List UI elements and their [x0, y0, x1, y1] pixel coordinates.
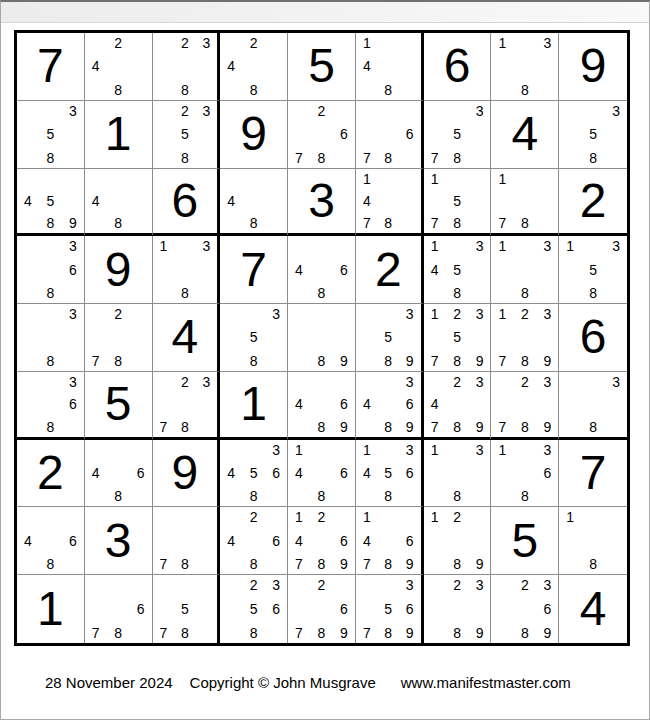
- cell-r8c6[interactable]: 146789: [356, 507, 424, 575]
- candidate-6: [534, 191, 552, 211]
- candidate-6: [466, 463, 484, 483]
- cell-r2c8[interactable]: 4: [491, 101, 559, 169]
- cell-r7c2[interactable]: 468: [85, 440, 153, 508]
- cell-r2c3[interactable]: 2358: [153, 101, 221, 169]
- candidate-6: 6: [330, 463, 348, 483]
- candidate-1: [227, 307, 245, 327]
- cell-r5c2[interactable]: 278: [85, 304, 153, 372]
- candidate-8: 8: [245, 211, 263, 231]
- candidate-3: [397, 172, 414, 192]
- candidate-7: [160, 280, 177, 300]
- candidate-1: 1: [431, 239, 449, 259]
- candidate-7: [24, 551, 42, 571]
- candidate-3: 3: [466, 443, 484, 463]
- candidate-3: 3: [397, 578, 414, 599]
- candidate-3: 3: [602, 239, 620, 259]
- candidate-1: 1: [498, 443, 516, 463]
- candidate-3: 3: [534, 578, 552, 599]
- cell-r9c4[interactable]: 23568: [220, 575, 288, 643]
- candidate-8: 8: [448, 414, 466, 434]
- candidate-8: 8: [584, 280, 602, 300]
- candidate-9: 9: [330, 348, 348, 368]
- candidate-1: [92, 172, 110, 192]
- candidate-5: [42, 394, 60, 414]
- candidate-5: [245, 191, 263, 211]
- cell-r6c7[interactable]: 234789: [424, 372, 492, 440]
- candidate-3: [330, 578, 348, 599]
- candidate-8: 8: [176, 77, 193, 97]
- candidate-7: [566, 551, 584, 571]
- cell-r6c1[interactable]: 368: [17, 372, 85, 440]
- candidate-8: 8: [245, 348, 263, 368]
- candidate-3: 3: [59, 307, 77, 327]
- candidate-5: [516, 327, 534, 347]
- cell-r7c8[interactable]: 1368: [491, 440, 559, 508]
- candidate-3: [193, 578, 210, 599]
- candidate-2: [313, 239, 331, 259]
- cell-r7c1[interactable]: 2: [17, 440, 85, 508]
- candidate-6: [466, 260, 484, 280]
- cell-r4c5[interactable]: 468: [288, 236, 356, 304]
- candidate-4: [227, 599, 245, 620]
- cell-r4c6[interactable]: 2: [356, 236, 424, 304]
- candidate-9: [59, 280, 77, 300]
- cell-r2c9[interactable]: 358: [559, 101, 627, 169]
- candidate-3: 3: [466, 375, 484, 395]
- candidate-5: 5: [176, 124, 193, 144]
- candidate-8: 8: [380, 551, 397, 571]
- candidate-6: 6: [397, 394, 414, 414]
- cell-r6c6[interactable]: 34689: [356, 372, 424, 440]
- candidate-5: [109, 56, 127, 76]
- cell-r3c9[interactable]: 2: [559, 169, 627, 237]
- candidate-9: [263, 619, 281, 640]
- candidate-9: [127, 348, 145, 368]
- candidate-8: 8: [176, 551, 193, 571]
- candidate-7: 7: [431, 144, 449, 164]
- candidate-6: 6: [263, 531, 281, 551]
- candidate-9: [534, 483, 552, 503]
- candidate-7: 7: [92, 348, 110, 368]
- candidate-5: [313, 124, 331, 144]
- candidate-1: [227, 36, 245, 56]
- candidate-1: [295, 104, 313, 124]
- candidate-3: [466, 510, 484, 530]
- candidate-8: 8: [380, 77, 397, 97]
- candidate-4: [498, 191, 516, 211]
- cell-r9c1[interactable]: 1: [17, 575, 85, 643]
- cell-r7c5[interactable]: 1468: [288, 440, 356, 508]
- cell-r3c6[interactable]: 1478: [356, 169, 424, 237]
- candidate-1: [227, 443, 245, 463]
- candidate-1: 1: [160, 239, 177, 259]
- cell-r4c4[interactable]: 7: [220, 236, 288, 304]
- cell-r1c8[interactable]: 138: [491, 33, 559, 101]
- footer-copyright: Copyright © John Musgrave: [190, 674, 376, 691]
- candidate-5: 5: [584, 124, 602, 144]
- candidate-6: 6: [127, 463, 145, 483]
- candidate-8: 8: [313, 414, 331, 434]
- candidate-3: 3: [534, 307, 552, 327]
- candidate-1: [498, 578, 516, 599]
- candidate-3: [59, 510, 77, 530]
- cell-r5c5[interactable]: 89: [288, 304, 356, 372]
- cell-r3c3[interactable]: 6: [153, 169, 221, 237]
- candidate-1: [363, 104, 380, 124]
- candidate-4: 4: [92, 463, 110, 483]
- cell-r9c5[interactable]: 26789: [288, 575, 356, 643]
- candidate-6: 6: [330, 124, 348, 144]
- candidate-5: [176, 394, 193, 414]
- cell-r2c2[interactable]: 1: [85, 101, 153, 169]
- candidate-8: 8: [42, 348, 60, 368]
- cell-r6c8[interactable]: 23789: [491, 372, 559, 440]
- candidate-5: 5: [448, 260, 466, 280]
- candidate-8: 8: [313, 348, 331, 368]
- candidate-3: 3: [466, 239, 484, 259]
- candidate-2: [448, 172, 466, 192]
- cell-r9c6[interactable]: 356789: [356, 575, 424, 643]
- cell-r9c8[interactable]: 23689: [491, 575, 559, 643]
- candidate-6: 6: [59, 394, 77, 414]
- cell-r6c9[interactable]: 38: [559, 372, 627, 440]
- candidate-8: 8: [380, 414, 397, 434]
- candidate-7: [295, 280, 313, 300]
- candidate-9: [193, 551, 210, 571]
- candidate-9: [602, 414, 620, 434]
- candidate-4: [498, 260, 516, 280]
- candidate-9: [263, 211, 281, 231]
- candidate-2: 2: [109, 307, 127, 327]
- candidate-7: 7: [363, 551, 380, 571]
- cell-r3c2[interactable]: 48: [85, 169, 153, 237]
- candidate-7: [363, 348, 380, 368]
- candidate-3: 3: [602, 104, 620, 124]
- candidate-5: [313, 599, 331, 620]
- candidate-3: 3: [534, 36, 552, 56]
- candidate-7: [24, 414, 42, 434]
- candidate-1: [566, 375, 584, 395]
- candidate-8: 8: [448, 551, 466, 571]
- candidate-1: [566, 104, 584, 124]
- candidate-4: [498, 463, 516, 483]
- candidate-2: [516, 239, 534, 259]
- candidate-4: [160, 124, 177, 144]
- candidate-2: 2: [448, 307, 466, 327]
- candidate-6: [534, 394, 552, 414]
- candidate-5: [176, 531, 193, 551]
- candidate-2: 2: [109, 36, 127, 56]
- page-footer: 28 November 2024Copyright © John Musgrav…: [45, 674, 571, 691]
- candidate-1: [160, 36, 177, 56]
- cell-r8c2[interactable]: 3: [85, 507, 153, 575]
- cell-r8c7[interactable]: 1289: [424, 507, 492, 575]
- candidate-5: [109, 327, 127, 347]
- candidate-5: [313, 260, 331, 280]
- cell-r2c5[interactable]: 2678: [288, 101, 356, 169]
- candidate-3: 3: [193, 36, 210, 56]
- candidate-7: [24, 280, 42, 300]
- cell-r6c3[interactable]: 2378: [153, 372, 221, 440]
- candidate-3: [330, 443, 348, 463]
- candidate-5: 5: [245, 327, 263, 347]
- cell-r3c5[interactable]: 3: [288, 169, 356, 237]
- candidate-2: [448, 104, 466, 124]
- candidate-9: [59, 348, 77, 368]
- candidate-6: [263, 56, 281, 76]
- candidate-2: [313, 443, 331, 463]
- candidate-6: 6: [534, 599, 552, 620]
- candidate-4: [295, 599, 313, 620]
- cell-r7c3[interactable]: 9: [153, 440, 221, 508]
- candidate-8: 8: [516, 280, 534, 300]
- cell-r1c1[interactable]: 7: [17, 33, 85, 101]
- candidate-8: 8: [516, 483, 534, 503]
- candidate-9: [534, 77, 552, 97]
- candidate-3: 3: [397, 443, 414, 463]
- cell-r4c3[interactable]: 138: [153, 236, 221, 304]
- cell-r7c4[interactable]: 34568: [220, 440, 288, 508]
- cell-r4c1[interactable]: 368: [17, 236, 85, 304]
- candidate-4: [160, 531, 177, 551]
- candidate-2: [380, 510, 397, 530]
- candidate-1: 1: [498, 307, 516, 327]
- candidate-4: [566, 260, 584, 280]
- cell-r7c9[interactable]: 7: [559, 440, 627, 508]
- candidate-1: [227, 578, 245, 599]
- candidate-6: [466, 327, 484, 347]
- candidate-5: [313, 327, 331, 347]
- candidate-7: 7: [363, 144, 380, 164]
- cell-r5c7[interactable]: 1235789: [424, 304, 492, 372]
- candidate-9: [59, 551, 77, 571]
- candidate-4: 4: [363, 531, 380, 551]
- candidate-4: 4: [363, 394, 380, 414]
- candidate-6: 6: [330, 260, 348, 280]
- candidate-2: [448, 443, 466, 463]
- candidate-9: 9: [534, 348, 552, 368]
- candidate-5: 5: [448, 191, 466, 211]
- candidate-6: 6: [263, 463, 281, 483]
- candidate-2: 2: [516, 307, 534, 327]
- cell-r1c4[interactable]: 248: [220, 33, 288, 101]
- candidate-3: [263, 510, 281, 530]
- cell-r4c8[interactable]: 138: [491, 236, 559, 304]
- candidate-8: 8: [584, 144, 602, 164]
- candidate-3: 3: [534, 239, 552, 259]
- candidate-7: [92, 211, 110, 231]
- candidate-3: [330, 375, 348, 395]
- cell-r3c1[interactable]: 4589: [17, 169, 85, 237]
- candidate-6: [466, 394, 484, 414]
- cell-r8c3[interactable]: 78: [153, 507, 221, 575]
- cell-r8c9[interactable]: 18: [559, 507, 627, 575]
- candidate-5: [313, 394, 331, 414]
- candidate-8: 8: [380, 619, 397, 640]
- candidate-2: 2: [448, 578, 466, 599]
- candidate-8: 8: [245, 551, 263, 571]
- cell-r5c1[interactable]: 38: [17, 304, 85, 372]
- candidate-4: [92, 327, 110, 347]
- candidate-2: [313, 307, 331, 327]
- candidate-9: 9: [534, 414, 552, 434]
- candidate-1: [92, 307, 110, 327]
- cell-r5c6[interactable]: 3589: [356, 304, 424, 372]
- cell-r9c3[interactable]: 578: [153, 575, 221, 643]
- candidate-7: [498, 77, 516, 97]
- candidate-1: [227, 510, 245, 530]
- candidate-4: 4: [24, 531, 42, 551]
- cell-r6c5[interactable]: 4689: [288, 372, 356, 440]
- cell-r1c5[interactable]: 5: [288, 33, 356, 101]
- candidate-3: [127, 443, 145, 463]
- cell-r7c6[interactable]: 134568: [356, 440, 424, 508]
- candidate-7: [92, 483, 110, 503]
- candidate-6: [263, 327, 281, 347]
- candidate-2: [380, 578, 397, 599]
- candidate-6: [602, 124, 620, 144]
- candidate-6: [193, 394, 210, 414]
- candidate-3: 3: [193, 104, 210, 124]
- cell-r3c4[interactable]: 48: [220, 169, 288, 237]
- candidate-1: [160, 104, 177, 124]
- candidate-9: 9: [330, 414, 348, 434]
- candidate-4: 4: [363, 463, 380, 483]
- candidate-9: [330, 483, 348, 503]
- candidate-8: 8: [448, 483, 466, 503]
- candidate-9: [397, 211, 414, 231]
- candidate-9: 9: [397, 348, 414, 368]
- candidate-9: [397, 144, 414, 164]
- candidate-5: [516, 56, 534, 76]
- candidate-4: 4: [431, 394, 449, 414]
- candidate-8: 8: [245, 483, 263, 503]
- candidate-1: 1: [431, 307, 449, 327]
- candidate-8: 8: [109, 77, 127, 97]
- candidate-8: 8: [176, 144, 193, 164]
- candidate-3: [193, 510, 210, 530]
- cell-r9c7[interactable]: 2389: [424, 575, 492, 643]
- cell-r2c4[interactable]: 9: [220, 101, 288, 169]
- cell-r5c8[interactable]: 123789: [491, 304, 559, 372]
- candidate-5: 5: [584, 260, 602, 280]
- candidate-2: 2: [245, 36, 263, 56]
- candidate-4: [363, 599, 380, 620]
- cell-r8c4[interactable]: 2468: [220, 507, 288, 575]
- candidate-7: 7: [295, 619, 313, 640]
- candidate-1: [431, 578, 449, 599]
- cell-r5c9[interactable]: 6: [559, 304, 627, 372]
- candidate-9: [59, 144, 77, 164]
- candidate-9: [466, 483, 484, 503]
- candidate-8: 8: [109, 211, 127, 231]
- candidate-5: [245, 531, 263, 551]
- candidate-2: 2: [313, 510, 331, 530]
- candidate-7: [431, 551, 449, 571]
- cell-r4c2[interactable]: 9: [85, 236, 153, 304]
- cell-r8c8[interactable]: 5: [491, 507, 559, 575]
- candidate-6: [534, 56, 552, 76]
- candidate-9: 9: [397, 619, 414, 640]
- candidate-6: 6: [330, 394, 348, 414]
- cell-r9c9[interactable]: 4: [559, 575, 627, 643]
- candidate-6: [534, 260, 552, 280]
- candidate-3: [330, 307, 348, 327]
- candidate-7: [498, 483, 516, 503]
- candidate-7: [363, 77, 380, 97]
- cell-r8c5[interactable]: 1246789: [288, 507, 356, 575]
- candidate-4: [566, 394, 584, 414]
- cell-r3c8[interactable]: 178: [491, 169, 559, 237]
- candidate-9: [330, 144, 348, 164]
- candidate-4: [24, 394, 42, 414]
- candidate-9: [193, 280, 210, 300]
- cell-r1c2[interactable]: 248: [85, 33, 153, 101]
- candidate-2: 2: [313, 578, 331, 599]
- candidate-2: [516, 36, 534, 56]
- candidate-6: 6: [330, 599, 348, 620]
- cell-r8c1[interactable]: 468: [17, 507, 85, 575]
- cell-r4c9[interactable]: 1358: [559, 236, 627, 304]
- cell-r4c7[interactable]: 13458: [424, 236, 492, 304]
- candidate-1: [363, 578, 380, 599]
- candidate-5: 5: [42, 191, 60, 211]
- cell-r6c2[interactable]: 5: [85, 372, 153, 440]
- candidate-4: [431, 191, 449, 211]
- cell-r2c6[interactable]: 678: [356, 101, 424, 169]
- candidate-8: 8: [448, 619, 466, 640]
- cell-r5c3[interactable]: 4: [153, 304, 221, 372]
- cell-r6c4[interactable]: 1: [220, 372, 288, 440]
- candidate-6: [330, 327, 348, 347]
- candidate-1: [160, 578, 177, 599]
- candidate-3: 3: [263, 578, 281, 599]
- candidate-5: [42, 531, 60, 551]
- candidate-1: [92, 443, 110, 463]
- candidate-7: [295, 414, 313, 434]
- cell-r1c6[interactable]: 148: [356, 33, 424, 101]
- cell-r5c4[interactable]: 358: [220, 304, 288, 372]
- cell-r9c2[interactable]: 678: [85, 575, 153, 643]
- candidate-6: 6: [397, 599, 414, 620]
- candidate-8: 8: [516, 619, 534, 640]
- candidate-1: [363, 307, 380, 327]
- candidate-7: [227, 77, 245, 97]
- candidate-1: 1: [431, 172, 449, 192]
- candidate-4: 4: [92, 191, 110, 211]
- cell-r1c3[interactable]: 238: [153, 33, 221, 101]
- candidate-6: [127, 191, 145, 211]
- candidate-9: [127, 77, 145, 97]
- cell-r1c7[interactable]: 6: [424, 33, 492, 101]
- cell-r7c7[interactable]: 138: [424, 440, 492, 508]
- candidate-4: 4: [295, 260, 313, 280]
- cell-r3c7[interactable]: 1578: [424, 169, 492, 237]
- cell-r2c7[interactable]: 3578: [424, 101, 492, 169]
- candidate-9: [602, 144, 620, 164]
- candidate-8: 8: [380, 348, 397, 368]
- cell-r2c1[interactable]: 358: [17, 101, 85, 169]
- candidate-8: 8: [109, 619, 127, 640]
- candidate-1: [24, 510, 42, 530]
- cell-r1c9[interactable]: 9: [559, 33, 627, 101]
- candidate-5: [516, 463, 534, 483]
- candidate-1: 1: [431, 510, 449, 530]
- candidate-5: [448, 394, 466, 414]
- candidate-5: [380, 394, 397, 414]
- candidate-5: [448, 463, 466, 483]
- candidate-9: [193, 414, 210, 434]
